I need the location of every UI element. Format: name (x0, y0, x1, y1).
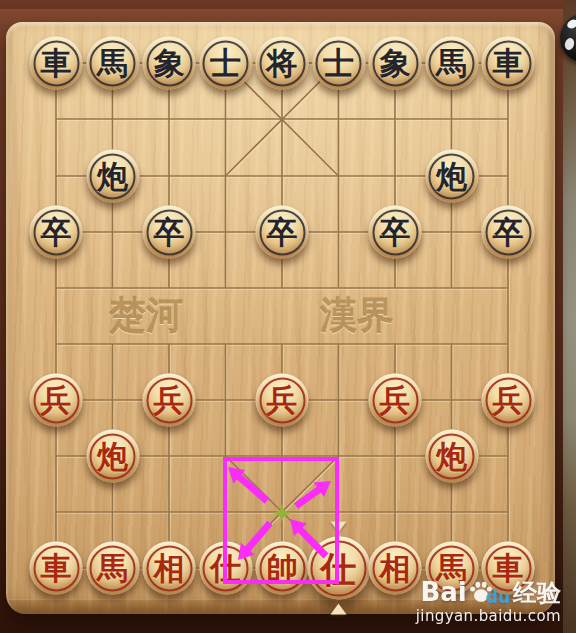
logo-text-bai: Bai (420, 577, 466, 607)
piece-glyph: 仕 (307, 537, 370, 600)
selection-marker-bottom-icon (331, 604, 347, 615)
piece-red-兵[interactable]: 兵 (256, 374, 309, 427)
piece-glyph: 炮 (86, 150, 139, 203)
piece-red-仕[interactable]: 仕 (199, 542, 252, 595)
piece-glyph: 炮 (86, 430, 139, 483)
selection-marker-top-icon (331, 522, 347, 533)
piece-glyph: 卒 (482, 206, 535, 259)
piece-glyph: 兵 (256, 374, 309, 427)
piece-glyph: 車 (30, 37, 83, 90)
piece-glyph: 卒 (369, 206, 422, 259)
piece-black-炮[interactable]: 炮 (86, 150, 139, 203)
piece-red-馬[interactable]: 馬 (86, 542, 139, 595)
piece-glyph: 象 (143, 37, 196, 90)
piece-glyph: 炮 (425, 150, 478, 203)
piece-red-兵[interactable]: 兵 (482, 374, 535, 427)
piece-black-卒[interactable]: 卒 (30, 206, 83, 259)
piece-glyph: 馬 (86, 542, 139, 595)
piece-red-兵[interactable]: 兵 (143, 374, 196, 427)
piece-glyph: 帥 (256, 542, 309, 595)
piece-glyph: 炮 (425, 430, 478, 483)
piece-red-仕[interactable]: 仕 (307, 537, 370, 600)
piece-black-象[interactable]: 象 (369, 37, 422, 90)
piece-glyph: 兵 (30, 374, 83, 427)
piece-red-炮[interactable]: 炮 (425, 430, 478, 483)
xiangqi-game-screen: 楚河 漢界 車馬象士将士象馬車炮炮卒卒卒卒卒兵兵兵兵兵炮炮車馬相仕帥仕相馬車 B… (0, 0, 576, 633)
piece-glyph: 相 (143, 542, 196, 595)
piece-black-象[interactable]: 象 (143, 37, 196, 90)
piece-glyph: 相 (369, 542, 422, 595)
piece-red-兵[interactable]: 兵 (30, 374, 83, 427)
baidu-jingyan-watermark: Bai du 经验 jingyan.baidu.com (416, 577, 561, 625)
piece-black-車[interactable]: 車 (30, 37, 83, 90)
piece-black-士[interactable]: 士 (199, 37, 252, 90)
piece-glyph: 兵 (143, 374, 196, 427)
piece-glyph: 車 (30, 542, 83, 595)
piece-glyph: 卒 (256, 206, 309, 259)
baidu-jingyan-logo: Bai du 经验 (416, 577, 561, 609)
piece-black-馬[interactable]: 馬 (425, 37, 478, 90)
piece-glyph: 仕 (199, 542, 252, 595)
piece-red-帥[interactable]: 帥 (256, 542, 309, 595)
piece-black-将[interactable]: 将 (256, 37, 309, 90)
piece-glyph: 象 (369, 37, 422, 90)
piece-black-馬[interactable]: 馬 (86, 37, 139, 90)
piece-glyph: 卒 (30, 206, 83, 259)
piece-glyph: 車 (482, 37, 535, 90)
piece-glyph: 士 (199, 37, 252, 90)
piece-red-車[interactable]: 車 (30, 542, 83, 595)
piece-layer: 車馬象士将士象馬車炮炮卒卒卒卒卒兵兵兵兵兵炮炮車馬相仕帥仕相馬車 (0, 0, 576, 633)
piece-red-相[interactable]: 相 (143, 542, 196, 595)
piece-red-兵[interactable]: 兵 (369, 374, 422, 427)
piece-black-卒[interactable]: 卒 (256, 206, 309, 259)
piece-black-士[interactable]: 士 (312, 37, 365, 90)
piece-glyph: 卒 (143, 206, 196, 259)
piece-red-炮[interactable]: 炮 (86, 430, 139, 483)
piece-glyph: 兵 (482, 374, 535, 427)
piece-glyph: 馬 (86, 37, 139, 90)
piece-black-車[interactable]: 車 (482, 37, 535, 90)
logo-text-du: du (486, 587, 510, 607)
watermark-url: jingyan.baidu.com (416, 607, 561, 625)
piece-black-炮[interactable]: 炮 (425, 150, 478, 203)
piece-glyph: 士 (312, 37, 365, 90)
piece-black-卒[interactable]: 卒 (143, 206, 196, 259)
piece-red-相[interactable]: 相 (369, 542, 422, 595)
piece-glyph: 将 (256, 37, 309, 90)
logo-text-jingyan: 经验 (513, 577, 561, 609)
piece-black-卒[interactable]: 卒 (482, 206, 535, 259)
piece-black-卒[interactable]: 卒 (369, 206, 422, 259)
piece-glyph: 兵 (369, 374, 422, 427)
piece-glyph: 馬 (425, 37, 478, 90)
